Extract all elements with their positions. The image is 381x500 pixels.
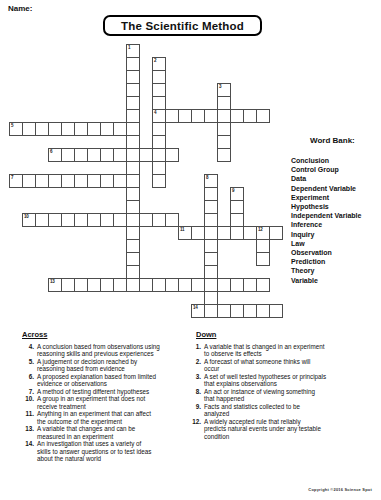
clue-number-8: 8: [206, 175, 208, 180]
grid-cell-r1c9[interactable]: [126, 57, 140, 71]
word-bank-item: Dependent Variable: [291, 184, 381, 193]
grid-cell-r15c15[interactable]: [204, 239, 218, 253]
grid-cell-r15c9[interactable]: [126, 239, 140, 253]
grid-cell-r13c11[interactable]: [152, 213, 166, 227]
grid-cell-r6c8[interactable]: [113, 122, 127, 136]
grid-cell-r13c5[interactable]: [74, 213, 88, 227]
grid-cell-r5c19[interactable]: [256, 109, 270, 123]
grid-cell-r15c19[interactable]: [256, 239, 270, 253]
grid-cell-r10c8[interactable]: [113, 174, 127, 188]
grid-cell-r13c10[interactable]: [139, 213, 153, 227]
grid-cell-r7c9[interactable]: [126, 135, 140, 149]
clue-num-label: 8.: [191, 388, 204, 396]
grid-cell-r16c15[interactable]: [204, 252, 218, 266]
grid-cell-r20c14[interactable]: 14: [191, 304, 205, 318]
grid-cell-r6c11[interactable]: [152, 122, 166, 136]
grid-cell-r18c9[interactable]: [126, 278, 140, 292]
grid-cell-r20c17[interactable]: [230, 304, 244, 318]
word-bank-heading: Word Bank:: [310, 136, 381, 145]
grid-cell-r13c6[interactable]: [87, 213, 101, 227]
grid-cell-r13c9[interactable]: [126, 213, 140, 227]
grid-cell-r8c10[interactable]: [139, 148, 153, 162]
grid-cell-r12c9[interactable]: [126, 200, 140, 214]
grid-cell-r10c0[interactable]: 7: [9, 174, 23, 188]
down-clue-list: 1.A variable that is changed in an exper…: [191, 343, 380, 441]
clue-number-1: 1: [128, 45, 130, 50]
grid-cell-r11c17[interactable]: 9: [230, 187, 244, 201]
grid-cell-r5c11[interactable]: 4: [152, 109, 166, 123]
grid-cell-r7c11[interactable]: [152, 135, 166, 149]
word-bank: Word Bank: ConclusionControl GroupDataDe…: [291, 136, 381, 285]
clue-num-label: 10.: [20, 395, 37, 403]
grid-cell-r13c8[interactable]: [113, 213, 127, 227]
clue-text: A judgement or decision reached by reaso…: [37, 358, 137, 373]
grid-cell-r5c13[interactable]: [178, 109, 192, 123]
grid-cell-r19c15[interactable]: [204, 291, 218, 305]
across-clues-section: Across 4.A conclusion based from observa…: [20, 331, 194, 463]
grid-cell-r8c12[interactable]: [165, 148, 179, 162]
word-bank-list: ConclusionControl GroupDataDependent Var…: [291, 156, 381, 285]
word-bank-item: Data: [291, 174, 381, 183]
grid-cell-r12c15[interactable]: [204, 200, 218, 214]
grid-cell-r13c17[interactable]: [230, 213, 244, 227]
word-bank-item: Inquiry: [291, 230, 381, 239]
grid-cell-r9c9[interactable]: [126, 161, 140, 175]
word-bank-item: Independent Variable: [291, 211, 381, 220]
grid-cell-r18c14[interactable]: [191, 278, 205, 292]
clue-text: Anything in an experiment that can affec…: [37, 410, 151, 425]
grid-cell-r1c11[interactable]: 2: [152, 57, 166, 71]
grid-cell-r20c15[interactable]: [204, 304, 218, 318]
grid-cell-r6c2[interactable]: [35, 122, 49, 136]
word-bank-item: Hypothesis: [291, 202, 381, 211]
grid-cell-r6c16[interactable]: [217, 122, 231, 136]
grid-cell-r13c3[interactable]: [48, 213, 62, 227]
grid-cell-r8c11[interactable]: [152, 148, 166, 162]
across-heading: Across: [22, 331, 194, 339]
clue-number-3: 3: [219, 84, 221, 89]
clue-num-label: 13.: [20, 425, 37, 433]
grid-cell-r8c4[interactable]: [61, 148, 75, 162]
clue-number-14: 14: [193, 305, 197, 310]
down-clues-section: Down 1.A variable that is changed in an …: [191, 331, 380, 440]
grid-cell-r5c9[interactable]: [126, 109, 140, 123]
grid-cell-r12c17[interactable]: [230, 200, 244, 214]
clue-text: A forecast of what someone thinks will o…: [204, 358, 310, 373]
grid-cell-r10c7[interactable]: [100, 174, 114, 188]
grid-cell-r8c9[interactable]: [126, 148, 140, 162]
clue-num-label: 2.: [191, 358, 204, 366]
grid-cell-r5c14[interactable]: [191, 109, 205, 123]
across-clue-7: 7.A method of testing different hypothes…: [20, 388, 194, 396]
across-clue-list: 4.A conclusion based from observations u…: [20, 343, 194, 463]
grid-cell-r14c14[interactable]: [191, 226, 205, 240]
clue-num-label: 9.: [191, 403, 204, 411]
clue-text: A proposed explanation based from limite…: [37, 373, 156, 388]
grid-cell-r18c16[interactable]: [217, 278, 231, 292]
grid-cell-r16c9[interactable]: [126, 252, 140, 266]
grid-cell-r6c5[interactable]: [74, 122, 88, 136]
grid-cell-r14c9[interactable]: [126, 226, 140, 240]
grid-cell-r20c16[interactable]: [217, 304, 231, 318]
clue-number-7: 7: [11, 175, 13, 180]
grid-cell-r14c17[interactable]: [230, 226, 244, 240]
grid-cell-r18c18[interactable]: [243, 278, 257, 292]
grid-cell-r4c11[interactable]: [152, 96, 166, 110]
grid-cell-r6c7[interactable]: [100, 122, 114, 136]
grid-cell-r18c15[interactable]: [204, 278, 218, 292]
grid-cell-r20c20[interactable]: [269, 304, 283, 318]
grid-cell-r14c18[interactable]: [243, 226, 257, 240]
word-bank-item: Control Group: [291, 165, 381, 174]
clue-text: An act or instance of viewing something …: [204, 388, 315, 403]
grid-cell-r8c5[interactable]: [74, 148, 88, 162]
clue-number-5: 5: [11, 123, 13, 128]
clue-num-label: 1.: [191, 343, 204, 351]
clue-number-6: 6: [50, 149, 52, 154]
grid-cell-r20c19[interactable]: [256, 304, 270, 318]
grid-cell-r5c17[interactable]: [230, 109, 244, 123]
down-clue-3: 3.A set of well tested hypotheses or pri…: [191, 373, 380, 388]
grid-cell-r5c12[interactable]: [165, 109, 179, 123]
grid-cell-r10c15[interactable]: 8: [204, 174, 218, 188]
grid-cell-r6c6[interactable]: [87, 122, 101, 136]
clue-num-label: 6.: [20, 373, 37, 381]
down-clue-1: 1.A variable that is changed in an exper…: [191, 343, 380, 358]
grid-cell-r10c1[interactable]: [22, 174, 36, 188]
grid-cell-r18c5[interactable]: [74, 278, 88, 292]
clue-text: An investigation that uses a variety of …: [37, 440, 151, 463]
clue-num-label: 11.: [20, 410, 37, 418]
down-clue-12: 12.A widely accepted rule that reliably …: [191, 418, 380, 441]
grid-cell-r8c16[interactable]: [217, 148, 231, 162]
grid-cell-r10c2[interactable]: [35, 174, 49, 188]
clue-text: A variable that changes and can be measu…: [37, 425, 135, 440]
clue-text: A set of well tested hypotheses or princ…: [204, 373, 326, 388]
grid-cell-r13c1[interactable]: 10: [22, 213, 36, 227]
grid-cell-r18c3[interactable]: 13: [48, 278, 62, 292]
crossword-grid: 1243567891011121314: [9, 44, 285, 320]
across-clue-10: 10.A group in an experiment that does no…: [20, 395, 194, 410]
clue-num-label: 4.: [20, 343, 37, 351]
clue-text: A conclusion based from observations usi…: [37, 343, 160, 358]
clue-num-label: 14.: [20, 440, 37, 448]
across-clue-4: 4.A conclusion based from observations u…: [20, 343, 194, 358]
word-bank-item: Experiment: [291, 193, 381, 202]
word-bank-item: Prediction: [291, 257, 381, 266]
grid-cell-r8c3[interactable]: 6: [48, 148, 62, 162]
grid-cell-r13c7[interactable]: [100, 213, 114, 227]
grid-cell-r9c11[interactable]: [152, 161, 166, 175]
clue-num-label: 3.: [191, 373, 204, 381]
grid-cell-r8c6[interactable]: [87, 148, 101, 162]
across-clue-13: 13.A variable that changes and can be me…: [20, 425, 194, 440]
grid-cell-r6c0[interactable]: 5: [9, 122, 23, 136]
down-clue-2: 2.A forecast of what someone thinks will…: [191, 358, 380, 373]
grid-cell-r10c6[interactable]: [87, 174, 101, 188]
across-clue-5: 5.A judgement or decision reached by rea…: [20, 358, 194, 373]
clue-number-10: 10: [24, 214, 28, 219]
grid-cell-r10c5[interactable]: [74, 174, 88, 188]
clue-number-4: 4: [154, 110, 156, 115]
title-box: The Scientific Method: [103, 15, 262, 36]
grid-cell-r18c12[interactable]: [165, 278, 179, 292]
grid-cell-r2c9[interactable]: [126, 70, 140, 84]
across-clue-11: 11.Anything in an experiment that can af…: [20, 410, 194, 425]
down-heading: Down: [196, 331, 380, 339]
grid-cell-r6c1[interactable]: [22, 122, 36, 136]
clue-text: A widely accepted rule that reliably pre…: [204, 418, 321, 441]
grid-cell-r20c18[interactable]: [243, 304, 257, 318]
grid-cell-r8c8[interactable]: [113, 148, 127, 162]
grid-cell-r3c16[interactable]: 3: [217, 83, 231, 97]
grid-cell-r16c19[interactable]: [256, 252, 270, 266]
word-bank-item: Observation: [291, 248, 381, 257]
grid-cell-r6c9[interactable]: [126, 122, 140, 136]
grid-cell-r6c3[interactable]: [48, 122, 62, 136]
down-clue-8: 8.An act or instance of viewing somethin…: [191, 388, 380, 403]
grid-cell-r17c9[interactable]: [126, 265, 140, 279]
grid-cell-r7c16[interactable]: [217, 135, 231, 149]
grid-cell-r4c16[interactable]: [217, 96, 231, 110]
copyright-text: Copyright ©2016 Science Spot: [308, 487, 372, 492]
across-clue-14: 14.An investigation that uses a variety …: [20, 440, 194, 463]
clue-number-2: 2: [154, 58, 156, 63]
word-bank-item: Theory: [291, 266, 381, 275]
word-bank-item: Law: [291, 239, 381, 248]
clue-num-label: 12.: [191, 418, 204, 426]
grid-cell-r3c9[interactable]: [126, 83, 140, 97]
grid-cell-r14c16[interactable]: [217, 226, 231, 240]
clue-number-9: 9: [232, 188, 234, 193]
clue-text: A variable that is changed in an experim…: [204, 343, 324, 358]
grid-cell-r4c9[interactable]: [126, 96, 140, 110]
across-clue-6: 6.A proposed explanation based from limi…: [20, 373, 194, 388]
grid-cell-r13c15[interactable]: [204, 213, 218, 227]
word-bank-item: Inference: [291, 220, 381, 229]
grid-cell-r18c13[interactable]: [178, 278, 192, 292]
grid-cell-r5c18[interactable]: [243, 109, 257, 123]
page-title: The Scientific Method: [121, 20, 244, 32]
grid-cell-r18c4[interactable]: [61, 278, 75, 292]
word-bank-item: Conclusion: [291, 156, 381, 165]
grid-cell-r17c15[interactable]: [204, 265, 218, 279]
grid-cell-r18c19[interactable]: [256, 278, 270, 292]
grid-cell-r14c15[interactable]: [204, 226, 218, 240]
grid-cell-r10c9[interactable]: [126, 174, 140, 188]
word-bank-item: Variable: [291, 276, 381, 285]
grid-cell-r6c4[interactable]: [61, 122, 75, 136]
grid-cell-r13c12[interactable]: [165, 213, 179, 227]
grid-cell-r2c11[interactable]: [152, 70, 166, 84]
grid-cell-r5c16[interactable]: [217, 109, 231, 123]
grid-cell-r18c7[interactable]: [100, 278, 114, 292]
grid-cell-r13c2[interactable]: [35, 213, 49, 227]
grid-cell-r8c7[interactable]: [100, 148, 114, 162]
grid-cell-r18c10[interactable]: [139, 278, 153, 292]
grid-cell-r18c6[interactable]: [87, 278, 101, 292]
grid-cell-r14c20[interactable]: [269, 226, 283, 240]
grid-cell-r10c11[interactable]: [152, 174, 166, 188]
grid-cell-r11c15[interactable]: [204, 187, 218, 201]
clue-num-label: 5.: [20, 358, 37, 366]
clue-num-label: 7.: [20, 388, 37, 396]
clue-text: A group in an experiment that does not r…: [37, 395, 145, 410]
clue-number-13: 13: [50, 279, 54, 284]
grid-cell-r0c9[interactable]: 1: [126, 44, 140, 58]
grid-cell-r14c19[interactable]: 12: [256, 226, 270, 240]
grid-cell-r10c4[interactable]: [61, 174, 75, 188]
down-clue-9: 9.Facts and statistics collected to be a…: [191, 403, 380, 418]
clue-text: Facts and statistics collected to be ana…: [204, 403, 300, 418]
grid-cell-r14c13[interactable]: 11: [178, 226, 192, 240]
grid-cell-r18c17[interactable]: [230, 278, 244, 292]
clue-text: A method of testing different hypotheses: [37, 388, 149, 396]
clue-number-11: 11: [180, 227, 184, 232]
name-label: Name:: [8, 4, 32, 13]
grid-cell-r11c9[interactable]: [126, 187, 140, 201]
grid-cell-r18c11[interactable]: [152, 278, 166, 292]
grid-cell-r10c3[interactable]: [48, 174, 62, 188]
grid-cell-r3c11[interactable]: [152, 83, 166, 97]
grid-cell-r13c4[interactable]: [61, 213, 75, 227]
clue-number-12: 12: [258, 227, 262, 232]
grid-cell-r5c15[interactable]: [204, 109, 218, 123]
grid-cell-r18c8[interactable]: [113, 278, 127, 292]
